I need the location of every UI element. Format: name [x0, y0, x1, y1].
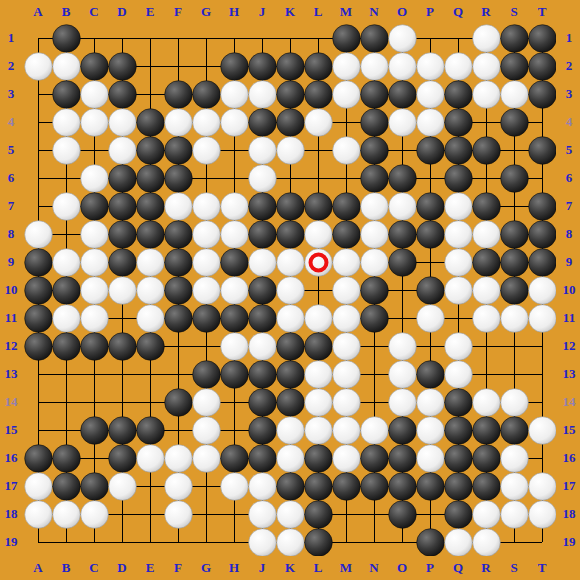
white-stone-B4: [53, 109, 81, 137]
column-label-top-J: J: [248, 2, 276, 22]
black-stone-M8: [333, 221, 361, 249]
column-label-bottom-O: O: [388, 558, 416, 578]
white-stone-H10: [221, 277, 249, 305]
white-stone-F18: [165, 501, 193, 529]
white-stone-Q12: [445, 333, 473, 361]
white-stone-S14: [501, 389, 529, 417]
row-label-left-11: 11: [0, 308, 22, 328]
white-stone-R3: [473, 81, 501, 109]
column-label-bottom-P: P: [416, 558, 444, 578]
black-stone-O3: [389, 81, 417, 109]
black-stone-E5: [137, 137, 165, 165]
white-stone-A8: [25, 221, 53, 249]
white-stone-S3: [501, 81, 529, 109]
white-stone-T17: [529, 473, 556, 501]
go-board-screen: ABCDEFGHJKLMNOPQRST ABCDEFGHJKLMNOPQRST …: [0, 0, 580, 580]
white-stone-O1: [389, 25, 417, 53]
white-stone-O14: [389, 389, 417, 417]
white-stone-D17: [109, 473, 137, 501]
column-label-top-Q: Q: [444, 2, 472, 22]
column-label-bottom-T: T: [528, 558, 556, 578]
black-stone-A11: [25, 305, 53, 333]
black-stone-C15: [81, 417, 109, 445]
black-stone-C2: [81, 53, 109, 81]
white-stone-M10: [333, 277, 361, 305]
white-stone-J17: [249, 473, 277, 501]
black-stone-F8: [165, 221, 193, 249]
white-stone-K18: [277, 501, 305, 529]
black-stone-Q3: [445, 81, 473, 109]
white-stone-B18: [53, 501, 81, 529]
column-label-top-S: S: [500, 2, 528, 22]
column-label-top-K: K: [276, 2, 304, 22]
row-label-right-10: 10: [558, 280, 580, 300]
white-stone-P4: [417, 109, 445, 137]
black-stone-R7: [473, 193, 501, 221]
white-stone-G9: [193, 249, 221, 277]
black-stone-L2: [305, 53, 333, 81]
row-label-right-16: 16: [558, 448, 580, 468]
white-stone-K11: [277, 305, 305, 333]
column-label-bottom-C: C: [80, 558, 108, 578]
white-stone-Q13: [445, 361, 473, 389]
white-stone-B9: [53, 249, 81, 277]
white-stone-R14: [473, 389, 501, 417]
go-board-grid[interactable]: [24, 24, 556, 556]
black-stone-O6: [389, 165, 417, 193]
white-stone-H8: [221, 221, 249, 249]
black-stone-F9: [165, 249, 193, 277]
black-stone-F5: [165, 137, 193, 165]
white-stone-E10: [137, 277, 165, 305]
row-label-left-3: 3: [0, 84, 22, 104]
row-label-right-13: 13: [558, 364, 580, 384]
black-stone-J15: [249, 417, 277, 445]
black-stone-P13: [417, 361, 445, 389]
white-stone-L4: [305, 109, 333, 137]
white-stone-M16: [333, 445, 361, 473]
black-stone-J2: [249, 53, 277, 81]
black-stone-N5: [361, 137, 389, 165]
white-stone-M5: [333, 137, 361, 165]
black-stone-J13: [249, 361, 277, 389]
white-stone-R18: [473, 501, 501, 529]
white-stone-M11: [333, 305, 361, 333]
white-stone-J3: [249, 81, 277, 109]
column-label-top-E: E: [136, 2, 164, 22]
white-stone-G10: [193, 277, 221, 305]
row-label-left-6: 6: [0, 168, 22, 188]
white-stone-O2: [389, 53, 417, 81]
black-stone-E12: [137, 333, 165, 361]
white-stone-M15: [333, 417, 361, 445]
black-stone-Q14: [445, 389, 473, 417]
white-stone-M2: [333, 53, 361, 81]
black-stone-K17: [277, 473, 305, 501]
column-label-top-L: L: [304, 2, 332, 22]
row-label-right-5: 5: [558, 140, 580, 160]
row-label-left-5: 5: [0, 140, 22, 160]
black-stone-O16: [389, 445, 417, 473]
black-stone-T5: [529, 137, 556, 165]
row-label-left-14: 14: [0, 392, 22, 412]
black-stone-F11: [165, 305, 193, 333]
white-stone-C18: [81, 501, 109, 529]
black-stone-Q6: [445, 165, 473, 193]
black-stone-P17: [417, 473, 445, 501]
black-stone-S2: [501, 53, 529, 81]
black-stone-J11: [249, 305, 277, 333]
black-stone-R15: [473, 417, 501, 445]
black-stone-D12: [109, 333, 137, 361]
white-stone-L14: [305, 389, 333, 417]
column-label-bottom-R: R: [472, 558, 500, 578]
black-stone-J10: [249, 277, 277, 305]
row-label-right-17: 17: [558, 476, 580, 496]
black-stone-D16: [109, 445, 137, 473]
black-stone-R17: [473, 473, 501, 501]
row-label-right-9: 9: [558, 252, 580, 272]
white-stone-K16: [277, 445, 305, 473]
column-label-bottom-H: H: [220, 558, 248, 578]
white-stone-J12: [249, 333, 277, 361]
black-stone-Q18: [445, 501, 473, 529]
column-label-top-H: H: [220, 2, 248, 22]
black-stone-E15: [137, 417, 165, 445]
white-stone-R1: [473, 25, 501, 53]
row-label-left-15: 15: [0, 420, 22, 440]
black-stone-S15: [501, 417, 529, 445]
black-stone-D2: [109, 53, 137, 81]
white-stone-D5: [109, 137, 137, 165]
black-stone-T7: [529, 193, 556, 221]
black-stone-R5: [473, 137, 501, 165]
row-label-right-7: 7: [558, 196, 580, 216]
white-stone-L8: [305, 221, 333, 249]
white-stone-T18: [529, 501, 556, 529]
white-stone-G5: [193, 137, 221, 165]
black-stone-K7: [277, 193, 305, 221]
white-stone-L13: [305, 361, 333, 389]
column-label-bottom-F: F: [164, 558, 192, 578]
row-label-left-16: 16: [0, 448, 22, 468]
white-stone-J18: [249, 501, 277, 529]
white-stone-A17: [25, 473, 53, 501]
white-stone-T11: [529, 305, 556, 333]
white-stone-Q9: [445, 249, 473, 277]
white-stone-F17: [165, 473, 193, 501]
black-stone-G13: [193, 361, 221, 389]
black-stone-P10: [417, 277, 445, 305]
white-stone-Q8: [445, 221, 473, 249]
column-label-bottom-G: G: [192, 558, 220, 578]
white-stone-H4: [221, 109, 249, 137]
black-stone-B1: [53, 25, 81, 53]
black-stone-H13: [221, 361, 249, 389]
black-stone-B12: [53, 333, 81, 361]
white-stone-F16: [165, 445, 193, 473]
column-label-bottom-J: J: [248, 558, 276, 578]
white-stone-C9: [81, 249, 109, 277]
white-stone-E16: [137, 445, 165, 473]
white-stone-L15: [305, 417, 333, 445]
black-stone-B3: [53, 81, 81, 109]
white-stone-P16: [417, 445, 445, 473]
black-stone-D9: [109, 249, 137, 277]
row-label-left-7: 7: [0, 196, 22, 216]
black-stone-T2: [529, 53, 556, 81]
black-stone-F6: [165, 165, 193, 193]
white-stone-B7: [53, 193, 81, 221]
row-label-left-2: 2: [0, 56, 22, 76]
black-stone-S8: [501, 221, 529, 249]
black-stone-A12: [25, 333, 53, 361]
black-stone-A10: [25, 277, 53, 305]
black-stone-M17: [333, 473, 361, 501]
column-label-bottom-D: D: [108, 558, 136, 578]
white-stone-M3: [333, 81, 361, 109]
black-stone-N1: [361, 25, 389, 53]
black-stone-O9: [389, 249, 417, 277]
column-label-bottom-A: A: [24, 558, 52, 578]
white-stone-P11: [417, 305, 445, 333]
black-stone-P7: [417, 193, 445, 221]
black-stone-L12: [305, 333, 333, 361]
black-stone-N16: [361, 445, 389, 473]
white-stone-O13: [389, 361, 417, 389]
white-stone-M9: [333, 249, 361, 277]
row-label-right-6: 6: [558, 168, 580, 188]
white-stone-G7: [193, 193, 221, 221]
white-stone-N9: [361, 249, 389, 277]
black-stone-L19: [305, 529, 333, 556]
row-label-right-18: 18: [558, 504, 580, 524]
row-label-left-19: 19: [0, 532, 22, 552]
white-stone-Q19: [445, 529, 473, 556]
black-stone-K2: [277, 53, 305, 81]
black-stone-P19: [417, 529, 445, 556]
column-label-top-D: D: [108, 2, 136, 22]
row-label-left-13: 13: [0, 364, 22, 384]
row-label-left-1: 1: [0, 28, 22, 48]
row-label-right-2: 2: [558, 56, 580, 76]
column-label-bottom-K: K: [276, 558, 304, 578]
black-stone-S9: [501, 249, 529, 277]
white-stone-C8: [81, 221, 109, 249]
white-stone-E9: [137, 249, 165, 277]
black-stone-H11: [221, 305, 249, 333]
black-stone-N17: [361, 473, 389, 501]
black-stone-Q15: [445, 417, 473, 445]
row-label-right-11: 11: [558, 308, 580, 328]
black-stone-E8: [137, 221, 165, 249]
row-label-right-19: 19: [558, 532, 580, 552]
black-stone-E6: [137, 165, 165, 193]
black-stone-S6: [501, 165, 529, 193]
black-stone-A16: [25, 445, 53, 473]
white-stone-T10: [529, 277, 556, 305]
white-stone-G14: [193, 389, 221, 417]
black-stone-B17: [53, 473, 81, 501]
black-stone-B16: [53, 445, 81, 473]
black-stone-A9: [25, 249, 53, 277]
black-stone-S1: [501, 25, 529, 53]
row-label-left-12: 12: [0, 336, 22, 356]
white-stone-N15: [361, 417, 389, 445]
white-stone-K5: [277, 137, 305, 165]
black-stone-J8: [249, 221, 277, 249]
black-stone-F14: [165, 389, 193, 417]
column-label-top-A: A: [24, 2, 52, 22]
row-label-left-17: 17: [0, 476, 22, 496]
black-stone-L18: [305, 501, 333, 529]
white-stone-R2: [473, 53, 501, 81]
white-stone-R8: [473, 221, 501, 249]
black-stone-K8: [277, 221, 305, 249]
black-stone-J16: [249, 445, 277, 473]
white-stone-A2: [25, 53, 53, 81]
black-stone-Q5: [445, 137, 473, 165]
white-stone-C6: [81, 165, 109, 193]
white-stone-B2: [53, 53, 81, 81]
column-label-bottom-M: M: [332, 558, 360, 578]
black-stone-P5: [417, 137, 445, 165]
black-stone-S4: [501, 109, 529, 137]
black-stone-F10: [165, 277, 193, 305]
black-stone-D6: [109, 165, 137, 193]
column-label-top-T: T: [528, 2, 556, 22]
white-stone-C3: [81, 81, 109, 109]
row-label-right-1: 1: [558, 28, 580, 48]
black-stone-N6: [361, 165, 389, 193]
black-stone-L16: [305, 445, 333, 473]
white-stone-Q10: [445, 277, 473, 305]
black-stone-M1: [333, 25, 361, 53]
black-stone-C17: [81, 473, 109, 501]
black-stone-C12: [81, 333, 109, 361]
black-stone-T1: [529, 25, 556, 53]
white-stone-D10: [109, 277, 137, 305]
black-stone-N3: [361, 81, 389, 109]
black-stone-E4: [137, 109, 165, 137]
column-label-top-P: P: [416, 2, 444, 22]
black-stone-K3: [277, 81, 305, 109]
white-stone-N7: [361, 193, 389, 221]
row-label-right-3: 3: [558, 84, 580, 104]
white-stone-H7: [221, 193, 249, 221]
column-label-top-N: N: [360, 2, 388, 22]
black-stone-K14: [277, 389, 305, 417]
black-stone-L7: [305, 193, 333, 221]
black-stone-K4: [277, 109, 305, 137]
row-label-left-4: 4: [0, 112, 22, 132]
white-stone-K10: [277, 277, 305, 305]
black-stone-H16: [221, 445, 249, 473]
row-label-left-10: 10: [0, 280, 22, 300]
white-stone-M13: [333, 361, 361, 389]
row-label-left-8: 8: [0, 224, 22, 244]
black-stone-P8: [417, 221, 445, 249]
white-stone-C10: [81, 277, 109, 305]
white-stone-T15: [529, 417, 556, 445]
white-stone-J9: [249, 249, 277, 277]
black-stone-N11: [361, 305, 389, 333]
white-stone-L11: [305, 305, 333, 333]
white-stone-H3: [221, 81, 249, 109]
black-stone-J7: [249, 193, 277, 221]
white-stone-J19: [249, 529, 277, 556]
column-label-top-G: G: [192, 2, 220, 22]
column-label-bottom-S: S: [500, 558, 528, 578]
white-stone-R10: [473, 277, 501, 305]
black-stone-Q16: [445, 445, 473, 473]
white-stone-P2: [417, 53, 445, 81]
white-stone-C11: [81, 305, 109, 333]
black-stone-O17: [389, 473, 417, 501]
white-stone-D4: [109, 109, 137, 137]
white-stone-J6: [249, 165, 277, 193]
white-stone-O4: [389, 109, 417, 137]
column-label-bottom-N: N: [360, 558, 388, 578]
black-stone-C7: [81, 193, 109, 221]
black-stone-G3: [193, 81, 221, 109]
white-stone-M12: [333, 333, 361, 361]
column-label-bottom-E: E: [136, 558, 164, 578]
white-stone-B11: [53, 305, 81, 333]
white-stone-G8: [193, 221, 221, 249]
white-stone-E11: [137, 305, 165, 333]
black-stone-L17: [305, 473, 333, 501]
row-label-left-18: 18: [0, 504, 22, 524]
black-stone-O18: [389, 501, 417, 529]
black-stone-R16: [473, 445, 501, 473]
white-stone-G15: [193, 417, 221, 445]
white-stone-S18: [501, 501, 529, 529]
black-stone-Q17: [445, 473, 473, 501]
black-stone-S10: [501, 277, 529, 305]
white-stone-B5: [53, 137, 81, 165]
black-stone-Q4: [445, 109, 473, 137]
column-label-bottom-L: L: [304, 558, 332, 578]
white-stone-O7: [389, 193, 417, 221]
white-stone-C4: [81, 109, 109, 137]
black-stone-R9: [473, 249, 501, 277]
black-stone-M7: [333, 193, 361, 221]
white-stone-R19: [473, 529, 501, 556]
black-stone-T8: [529, 221, 556, 249]
column-label-bottom-Q: Q: [444, 558, 472, 578]
black-stone-D15: [109, 417, 137, 445]
white-stone-G16: [193, 445, 221, 473]
white-stone-S11: [501, 305, 529, 333]
black-stone-N10: [361, 277, 389, 305]
row-label-right-8: 8: [558, 224, 580, 244]
black-stone-N4: [361, 109, 389, 137]
white-stone-N8: [361, 221, 389, 249]
row-label-right-14: 14: [558, 392, 580, 412]
white-stone-N2: [361, 53, 389, 81]
black-stone-K13: [277, 361, 305, 389]
column-label-top-C: C: [80, 2, 108, 22]
row-label-right-4: 4: [558, 112, 580, 132]
row-label-right-12: 12: [558, 336, 580, 356]
white-stone-J5: [249, 137, 277, 165]
column-label-bottom-B: B: [52, 558, 80, 578]
black-stone-D3: [109, 81, 137, 109]
white-stone-F7: [165, 193, 193, 221]
column-label-top-M: M: [332, 2, 360, 22]
row-label-right-15: 15: [558, 420, 580, 440]
